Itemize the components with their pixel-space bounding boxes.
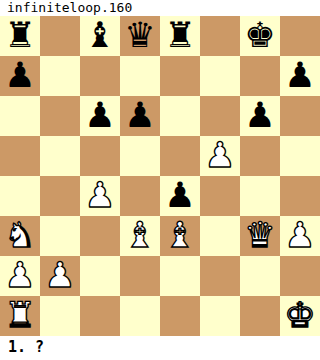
piece-black-pawn[interactable]: ♟ [124,95,155,135]
square-h4[interactable] [280,176,320,216]
square-h6[interactable] [280,96,320,136]
piece-black-pawn[interactable]: ♟ [244,95,275,135]
piece-white-queen[interactable]: ♛ [244,215,275,255]
square-d5[interactable] [120,136,160,176]
piece-black-queen[interactable]: ♛ [124,15,155,55]
piece-black-rook[interactable]: ♜ [164,15,195,55]
square-h7[interactable]: ♟ [280,56,320,96]
square-c7[interactable] [80,56,120,96]
square-a8[interactable]: ♜ [0,16,40,56]
square-e2[interactable] [160,256,200,296]
square-b4[interactable] [40,176,80,216]
square-f3[interactable] [200,216,240,256]
move-prompt: 1. ? [0,336,320,360]
piece-white-knight[interactable]: ♞ [4,215,35,255]
square-f1[interactable] [200,296,240,336]
square-f8[interactable] [200,16,240,56]
square-g7[interactable] [240,56,280,96]
square-c5[interactable] [80,136,120,176]
piece-white-pawn[interactable]: ♟ [4,255,35,295]
square-d7[interactable] [120,56,160,96]
square-d3[interactable]: ♝ [120,216,160,256]
game-title: infiniteloop.160 [0,0,320,16]
square-g5[interactable] [240,136,280,176]
square-g4[interactable] [240,176,280,216]
piece-white-pawn[interactable]: ♟ [204,135,235,175]
piece-white-bishop[interactable]: ♝ [164,215,195,255]
square-d8[interactable]: ♛ [120,16,160,56]
square-a7[interactable]: ♟ [0,56,40,96]
square-g8[interactable]: ♚ [240,16,280,56]
square-a6[interactable] [0,96,40,136]
square-b3[interactable] [40,216,80,256]
square-g1[interactable] [240,296,280,336]
square-f4[interactable] [200,176,240,216]
square-h2[interactable] [280,256,320,296]
piece-white-bishop[interactable]: ♝ [124,215,155,255]
square-g2[interactable] [240,256,280,296]
piece-white-king[interactable]: ♚ [284,295,315,335]
square-d6[interactable]: ♟ [120,96,160,136]
square-c1[interactable] [80,296,120,336]
square-c6[interactable]: ♟ [80,96,120,136]
square-g6[interactable]: ♟ [240,96,280,136]
square-c8[interactable]: ♝ [80,16,120,56]
square-h5[interactable] [280,136,320,176]
square-e5[interactable] [160,136,200,176]
square-c4[interactable]: ♟ [80,176,120,216]
piece-black-pawn[interactable]: ♟ [164,175,195,215]
square-b7[interactable] [40,56,80,96]
square-d2[interactable] [120,256,160,296]
square-e6[interactable] [160,96,200,136]
square-d1[interactable] [120,296,160,336]
square-d4[interactable] [120,176,160,216]
square-c3[interactable] [80,216,120,256]
piece-black-pawn[interactable]: ♟ [4,55,35,95]
square-a3[interactable]: ♞ [0,216,40,256]
piece-white-pawn[interactable]: ♟ [84,175,115,215]
square-b1[interactable] [40,296,80,336]
square-h1[interactable]: ♚ [280,296,320,336]
square-c2[interactable] [80,256,120,296]
square-e3[interactable]: ♝ [160,216,200,256]
piece-white-rook[interactable]: ♜ [4,295,35,335]
square-a5[interactable] [0,136,40,176]
square-f6[interactable] [200,96,240,136]
square-e1[interactable] [160,296,200,336]
square-a1[interactable]: ♜ [0,296,40,336]
square-a2[interactable]: ♟ [0,256,40,296]
piece-white-pawn[interactable]: ♟ [284,215,315,255]
piece-black-king[interactable]: ♚ [244,15,275,55]
square-f2[interactable] [200,256,240,296]
square-f7[interactable] [200,56,240,96]
square-h8[interactable] [280,16,320,56]
square-h3[interactable]: ♟ [280,216,320,256]
square-e7[interactable] [160,56,200,96]
chess-diagram-window: infiniteloop.160 ♜♝♛♜♚♟♟♟♟♟♟♟♟♞♝♝♛♟♟♟♜♚ … [0,0,320,360]
piece-black-bishop[interactable]: ♝ [84,15,115,55]
piece-black-pawn[interactable]: ♟ [84,95,115,135]
square-g3[interactable]: ♛ [240,216,280,256]
square-a4[interactable] [0,176,40,216]
piece-white-pawn[interactable]: ♟ [44,255,75,295]
square-b5[interactable] [40,136,80,176]
chess-board: ♜♝♛♜♚♟♟♟♟♟♟♟♟♞♝♝♛♟♟♟♜♚ [0,16,320,336]
square-b6[interactable] [40,96,80,136]
piece-black-pawn[interactable]: ♟ [284,55,315,95]
square-e4[interactable]: ♟ [160,176,200,216]
square-b2[interactable]: ♟ [40,256,80,296]
square-b8[interactable] [40,16,80,56]
square-e8[interactable]: ♜ [160,16,200,56]
piece-black-rook[interactable]: ♜ [4,15,35,55]
square-f5[interactable]: ♟ [200,136,240,176]
